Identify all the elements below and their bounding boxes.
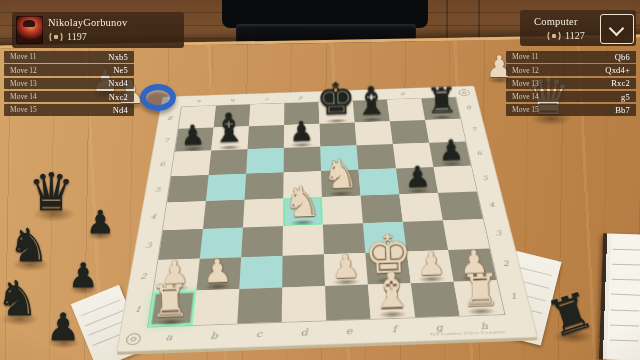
square-g1[interactable] [411, 282, 460, 318]
open-book [599, 233, 640, 360]
move-row: Move 13Nxd4 [4, 78, 134, 90]
move-san: Nxd4 [108, 78, 128, 88]
move-number: Move 11 [512, 52, 539, 61]
square-e1[interactable] [325, 285, 371, 321]
player-rating: 1197 [67, 31, 87, 42]
square-e5[interactable]: ♞ [321, 170, 361, 197]
square-a1[interactable]: ♜ [148, 291, 196, 327]
square-h8[interactable]: ♜ [421, 97, 460, 120]
player-name: Computer [534, 16, 578, 27]
square-b5[interactable] [206, 174, 246, 201]
move-list-right: Move 11Qb6Move 12Qxd4+Move 13Rxc2Move 14… [506, 51, 636, 117]
move-san: Nxb5 [108, 52, 128, 62]
coordinate-label: e [326, 320, 372, 343]
coordinate-label: f [352, 89, 387, 100]
move-san: Nd4 [113, 105, 128, 115]
expand-player-panel-button[interactable] [600, 14, 634, 44]
white-piece-N-e5[interactable]: ♞ [322, 153, 360, 195]
square-c1[interactable] [237, 288, 282, 324]
square-e7[interactable] [319, 123, 356, 147]
black-piece-P-h6[interactable]: ♟ [438, 136, 464, 165]
square-a4[interactable] [163, 201, 206, 230]
offboard-black-pawn-2: ♟ [68, 258, 98, 292]
square-g7[interactable] [390, 120, 429, 144]
square-d3[interactable] [283, 225, 324, 256]
coordinate-label: h [460, 315, 509, 338]
square-g2[interactable]: ♟ [407, 250, 454, 283]
square-b2[interactable]: ♟ [196, 257, 241, 290]
square-e2[interactable]: ♟ [324, 253, 368, 286]
white-piece-R-a1[interactable]: ♜ [149, 278, 190, 324]
chevron-down-icon [609, 21, 625, 37]
black-piece-P-g5[interactable]: ♟ [404, 162, 431, 192]
coordinate-label: h [419, 87, 455, 98]
white-piece-R-h1[interactable]: ♜ [460, 267, 501, 313]
coordinate-label: 6 [149, 152, 175, 177]
coordinate-label: d [281, 321, 327, 344]
coordinate-label: g [415, 317, 463, 340]
coordinate-label: c [250, 93, 284, 105]
square-d1[interactable] [282, 286, 326, 322]
square-g8[interactable] [387, 99, 425, 122]
move-number: Move 13 [10, 79, 37, 88]
square-a6[interactable] [171, 150, 211, 176]
square-e8[interactable]: ♚ [319, 101, 355, 124]
move-number: Move 15 [10, 105, 37, 114]
move-number: Move 12 [512, 66, 539, 75]
square-d4[interactable]: ♞ [283, 197, 323, 226]
move-number: Move 15 [512, 105, 539, 114]
player-rating: 1127 [565, 30, 585, 41]
coordinate-label: e [318, 91, 353, 103]
coordinate-label: f [371, 318, 418, 341]
elo-laurel-icon [48, 32, 64, 42]
square-d2[interactable] [282, 254, 325, 287]
square-d7[interactable]: ♟ [284, 124, 320, 148]
black-piece-P-a7[interactable]: ♟ [180, 122, 205, 150]
square-b7[interactable]: ♝ [211, 126, 249, 150]
move-san: Ne5 [113, 65, 128, 75]
square-c3[interactable] [241, 226, 283, 257]
square-c7[interactable] [248, 125, 285, 149]
square-a7[interactable]: ♟ [175, 127, 214, 151]
white-piece-P-e2[interactable]: ♟ [331, 250, 361, 283]
move-row: Move 14Nxc2 [4, 91, 134, 103]
offboard-black-pawn-3: ♟ [46, 308, 80, 346]
move-row: Move 15Nd4 [4, 104, 134, 116]
square-c6[interactable] [246, 148, 284, 174]
blue-ring-object [140, 84, 176, 111]
move-row: Move 15Bb7 [506, 104, 636, 116]
coordinate-label: a [145, 326, 193, 350]
black-piece-B-b7[interactable]: ♝ [210, 108, 247, 149]
square-a5[interactable] [167, 175, 208, 202]
coordinate-label: b [216, 94, 251, 106]
square-b1[interactable] [193, 289, 240, 325]
move-san: Bb7 [615, 105, 630, 115]
square-e4[interactable] [322, 196, 363, 225]
square-b6[interactable] [209, 149, 248, 175]
move-row: Move 12Ne5 [4, 64, 134, 76]
coordinate-label: d [284, 92, 318, 104]
coordinate-label: c [236, 323, 282, 346]
chessboard: ♚♝♜♟♝♟♟♞♟♞♟♟♟♚♟♟♜♝♜ abcdefgh abcdefgh 87… [117, 86, 536, 351]
game-scene: 2 3 ♚♝♜♟♝♟♟♞♟♞♟♟♟♚♟♟♜♝♜ abcdefgh abcdefg… [0, 0, 640, 360]
square-g5[interactable]: ♟ [396, 167, 438, 194]
offboard-black-pawn-1: ♟ [86, 206, 115, 238]
move-san: g5 [621, 92, 630, 102]
move-row: Move 12Qxd4+ [506, 64, 636, 76]
chessboard-3d: ♚♝♜♟♝♟♟♞♟♞♟♟♟♚♟♟♜♝♜ abcdefgh abcdefgh 87… [117, 86, 536, 351]
move-number: Move 14 [10, 92, 37, 101]
square-f5[interactable] [358, 168, 399, 195]
square-d6[interactable] [284, 147, 321, 173]
square-f7[interactable] [355, 121, 393, 145]
move-row: Move 14g5 [506, 91, 636, 103]
move-number: Move 13 [512, 79, 539, 88]
white-piece-B-f1[interactable]: ♝ [369, 266, 414, 316]
move-row: Move 11Qb6 [506, 51, 636, 63]
move-san: Qxd4+ [605, 65, 630, 75]
square-h5[interactable] [433, 166, 476, 193]
offboard-black-knight-1: ♞ [8, 222, 49, 268]
move-list-left: Move 11Nxb5Move 12Ne5Move 13Nxd4Move 14N… [4, 51, 134, 117]
white-piece-P-g2[interactable]: ♟ [416, 247, 446, 280]
white-piece-N-d4[interactable]: ♞ [283, 181, 322, 224]
square-f8[interactable]: ♝ [353, 100, 390, 123]
move-san: Rxc2 [611, 78, 630, 88]
black-piece-B-f8[interactable]: ♝ [353, 81, 389, 121]
player-card-left: NikolayGorbunov 1197 [12, 12, 184, 48]
white-piece-P-b2[interactable]: ♟ [203, 255, 233, 288]
board-maker-logo [458, 89, 471, 96]
square-f6[interactable] [356, 144, 395, 170]
elo-laurel-icon [546, 31, 562, 41]
coordinate-label: a [182, 95, 217, 107]
move-number: Move 12 [10, 66, 37, 75]
coordinate-label: g [386, 88, 422, 99]
move-san: Qb6 [615, 52, 630, 62]
square-b4[interactable] [203, 200, 245, 229]
move-number: Move 14 [512, 92, 539, 101]
coordinate-label: b [190, 324, 237, 347]
square-h6[interactable]: ♟ [429, 142, 471, 168]
square-c5[interactable] [245, 172, 284, 199]
move-number: Move 11 [10, 52, 37, 61]
board-maker-logo [125, 333, 142, 345]
square-h1[interactable]: ♜ [454, 280, 505, 315]
coordinate-label: 4 [139, 202, 167, 231]
square-h4[interactable] [438, 192, 483, 221]
square-f4[interactable] [361, 194, 403, 223]
square-g4[interactable] [399, 193, 443, 222]
black-piece-P-d7[interactable]: ♟ [289, 118, 314, 146]
square-c4[interactable] [243, 198, 283, 227]
player-avatar [16, 16, 43, 44]
coordinate-label: 1 [122, 292, 154, 327]
offboard-black-queen: ♛ [28, 166, 75, 218]
coordinate-label: 5 [144, 176, 171, 203]
square-c8[interactable] [249, 103, 284, 126]
move-row: Move 11Nxb5 [4, 51, 134, 63]
board-squares[interactable]: ♚♝♜♟♝♟♟♞♟♞♟♟♟♚♟♟♜♝♜ [148, 97, 504, 326]
move-san: Nxc2 [109, 92, 128, 102]
square-c2[interactable] [239, 256, 282, 289]
player-name: NikolayGorbunov [48, 17, 127, 28]
move-row: Move 13Rxc2 [506, 78, 636, 90]
offboard-black-knight-2: ♞ [0, 274, 39, 322]
square-f1[interactable]: ♝ [368, 283, 415, 319]
